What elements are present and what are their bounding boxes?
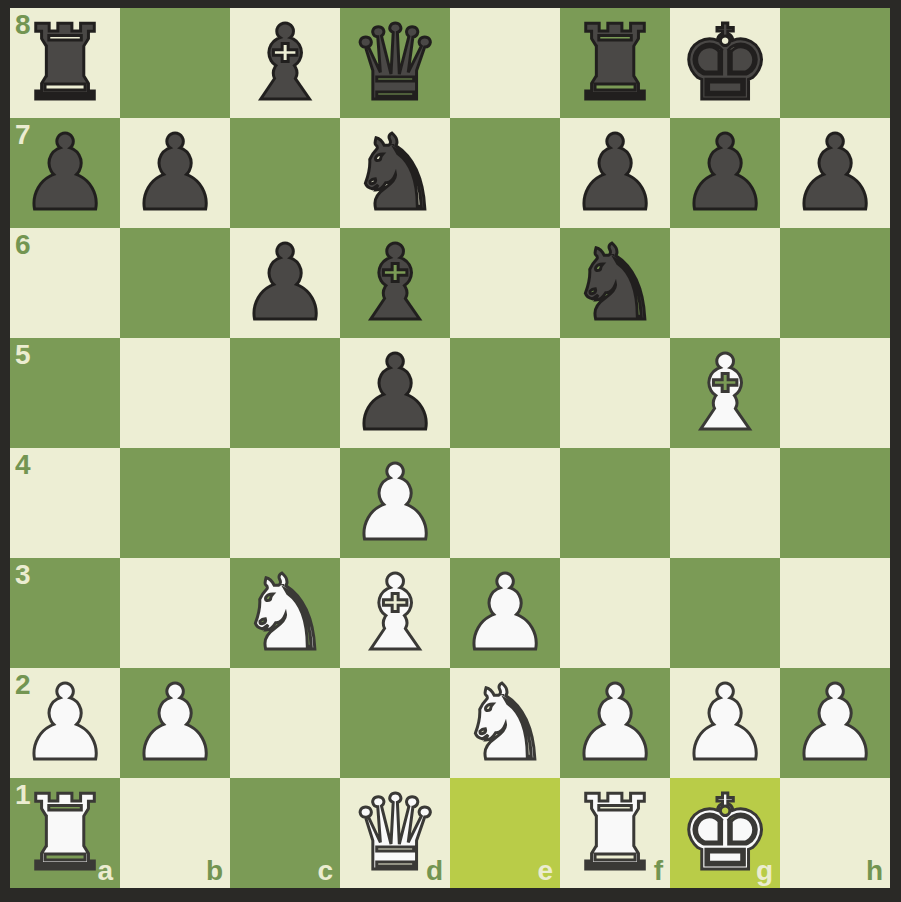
square-g1[interactable]: g♚ xyxy=(670,778,780,888)
piece-white-pawn[interactable]: ♟ xyxy=(560,668,670,778)
piece-white-queen[interactable]: ♛ xyxy=(340,778,450,888)
piece-black-pawn[interactable]: ♟ xyxy=(560,118,670,228)
file-label-e: e xyxy=(537,857,553,885)
square-e5[interactable] xyxy=(450,338,560,448)
piece-black-pawn[interactable]: ♟ xyxy=(780,118,890,228)
square-d6[interactable]: ♝ xyxy=(340,228,450,338)
square-e3[interactable]: ♟ xyxy=(450,558,560,668)
square-f1[interactable]: f♜ xyxy=(560,778,670,888)
square-b4[interactable] xyxy=(120,448,230,558)
square-d5[interactable]: ♟ xyxy=(340,338,450,448)
square-b2[interactable]: ♟ xyxy=(120,668,230,778)
square-d3[interactable]: ♝ xyxy=(340,558,450,668)
file-label-b: b xyxy=(206,857,223,885)
piece-white-rook[interactable]: ♜ xyxy=(560,778,670,888)
square-h6[interactable] xyxy=(780,228,890,338)
piece-white-knight[interactable]: ♞ xyxy=(230,558,340,668)
rank-label-5: 5 xyxy=(15,341,31,369)
square-h7[interactable]: ♟ xyxy=(780,118,890,228)
piece-white-pawn[interactable]: ♟ xyxy=(120,668,230,778)
square-e4[interactable] xyxy=(450,448,560,558)
square-e2[interactable]: ♞ xyxy=(450,668,560,778)
square-a5[interactable]: 5 xyxy=(10,338,120,448)
square-e6[interactable] xyxy=(450,228,560,338)
piece-white-pawn[interactable]: ♟ xyxy=(340,448,450,558)
square-c4[interactable] xyxy=(230,448,340,558)
square-e1[interactable]: e xyxy=(450,778,560,888)
square-b6[interactable] xyxy=(120,228,230,338)
square-b8[interactable] xyxy=(120,8,230,118)
square-f8[interactable]: ♜ xyxy=(560,8,670,118)
square-e8[interactable] xyxy=(450,8,560,118)
piece-black-knight[interactable]: ♞ xyxy=(560,228,670,338)
square-g2[interactable]: ♟ xyxy=(670,668,780,778)
piece-white-bishop[interactable]: ♝ xyxy=(340,558,450,668)
piece-black-pawn[interactable]: ♟ xyxy=(670,118,780,228)
square-a7[interactable]: 7♟ xyxy=(10,118,120,228)
square-c7[interactable] xyxy=(230,118,340,228)
rank-label-4: 4 xyxy=(15,451,31,479)
square-f6[interactable]: ♞ xyxy=(560,228,670,338)
square-f5[interactable] xyxy=(560,338,670,448)
piece-black-rook[interactable]: ♜ xyxy=(10,8,120,118)
square-f2[interactable]: ♟ xyxy=(560,668,670,778)
piece-white-bishop[interactable]: ♝ xyxy=(670,338,780,448)
square-c6[interactable]: ♟ xyxy=(230,228,340,338)
square-g6[interactable] xyxy=(670,228,780,338)
piece-white-rook[interactable]: ♜ xyxy=(10,778,120,888)
square-d1[interactable]: d♛ xyxy=(340,778,450,888)
rank-label-6: 6 xyxy=(15,231,31,259)
square-h5[interactable] xyxy=(780,338,890,448)
square-d7[interactable]: ♞ xyxy=(340,118,450,228)
square-g7[interactable]: ♟ xyxy=(670,118,780,228)
square-d4[interactable]: ♟ xyxy=(340,448,450,558)
square-e7[interactable] xyxy=(450,118,560,228)
square-f7[interactable]: ♟ xyxy=(560,118,670,228)
file-label-h: h xyxy=(866,857,883,885)
square-f3[interactable] xyxy=(560,558,670,668)
square-f4[interactable] xyxy=(560,448,670,558)
piece-black-king[interactable]: ♚ xyxy=(670,8,780,118)
square-a3[interactable]: 3 xyxy=(10,558,120,668)
piece-black-bishop[interactable]: ♝ xyxy=(340,228,450,338)
square-b1[interactable]: b xyxy=(120,778,230,888)
square-c8[interactable]: ♝ xyxy=(230,8,340,118)
chess-board: 8♜♝♛♜♚7♟♟♞♟♟♟6♟♝♞5♟♝4♟3♞♝♟2♟♟♞♟♟♟1a♜bcd♛… xyxy=(10,8,890,888)
piece-black-pawn[interactable]: ♟ xyxy=(10,118,120,228)
square-a6[interactable]: 6 xyxy=(10,228,120,338)
square-c5[interactable] xyxy=(230,338,340,448)
square-a1[interactable]: 1a♜ xyxy=(10,778,120,888)
square-a8[interactable]: 8♜ xyxy=(10,8,120,118)
piece-white-pawn[interactable]: ♟ xyxy=(670,668,780,778)
piece-white-knight[interactable]: ♞ xyxy=(450,668,560,778)
square-g5[interactable]: ♝ xyxy=(670,338,780,448)
square-d2[interactable] xyxy=(340,668,450,778)
square-h2[interactable]: ♟ xyxy=(780,668,890,778)
square-h8[interactable] xyxy=(780,8,890,118)
square-a2[interactable]: 2♟ xyxy=(10,668,120,778)
chess-board-frame: 8♜♝♛♜♚7♟♟♞♟♟♟6♟♝♞5♟♝4♟3♞♝♟2♟♟♞♟♟♟1a♜bcd♛… xyxy=(0,0,901,902)
piece-black-queen[interactable]: ♛ xyxy=(340,8,450,118)
square-h1[interactable]: h xyxy=(780,778,890,888)
square-g8[interactable]: ♚ xyxy=(670,8,780,118)
square-c2[interactable] xyxy=(230,668,340,778)
square-g4[interactable] xyxy=(670,448,780,558)
rank-label-3: 3 xyxy=(15,561,31,589)
piece-black-pawn[interactable]: ♟ xyxy=(230,228,340,338)
square-b3[interactable] xyxy=(120,558,230,668)
piece-white-pawn[interactable]: ♟ xyxy=(10,668,120,778)
piece-black-rook[interactable]: ♜ xyxy=(560,8,670,118)
square-c3[interactable]: ♞ xyxy=(230,558,340,668)
file-label-c: c xyxy=(317,857,333,885)
piece-black-knight[interactable]: ♞ xyxy=(340,118,450,228)
square-b7[interactable]: ♟ xyxy=(120,118,230,228)
piece-white-pawn[interactable]: ♟ xyxy=(780,668,890,778)
square-h4[interactable] xyxy=(780,448,890,558)
square-g3[interactable] xyxy=(670,558,780,668)
square-c1[interactable]: c xyxy=(230,778,340,888)
square-b5[interactable] xyxy=(120,338,230,448)
square-a4[interactable]: 4 xyxy=(10,448,120,558)
square-d8[interactable]: ♛ xyxy=(340,8,450,118)
piece-black-pawn[interactable]: ♟ xyxy=(340,338,450,448)
square-h3[interactable] xyxy=(780,558,890,668)
piece-white-pawn[interactable]: ♟ xyxy=(450,558,560,668)
piece-white-king[interactable]: ♚ xyxy=(670,778,780,888)
piece-black-bishop[interactable]: ♝ xyxy=(230,8,340,118)
piece-black-pawn[interactable]: ♟ xyxy=(120,118,230,228)
